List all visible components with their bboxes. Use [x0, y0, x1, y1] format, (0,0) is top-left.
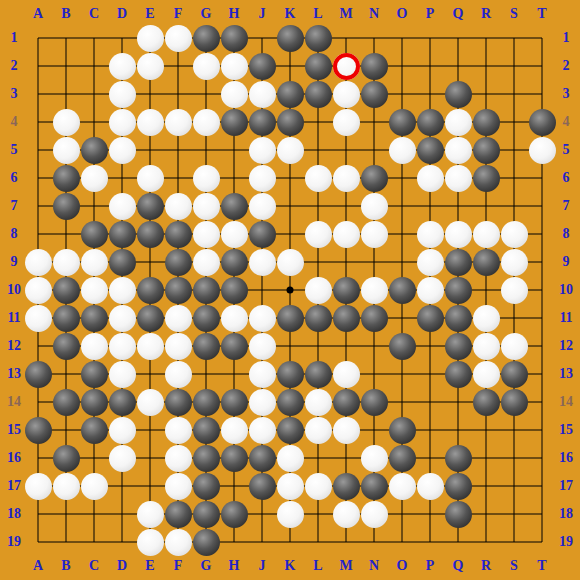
coord-label-left-11: 11 [7, 310, 20, 326]
white-stone-K16 [277, 445, 304, 472]
white-stone-L15 [305, 417, 332, 444]
white-stone-Q8 [445, 221, 472, 248]
coord-label-top-T: T [537, 6, 546, 22]
coord-label-top-O: O [397, 6, 408, 22]
black-stone-F10 [165, 277, 192, 304]
coord-label-left-15: 15 [7, 422, 21, 438]
coord-label-bottom-Q: Q [453, 558, 464, 574]
black-stone-M10 [333, 277, 360, 304]
coord-label-top-P: P [426, 6, 435, 22]
white-stone-M3 [333, 81, 360, 108]
coord-label-bottom-N: N [369, 558, 379, 574]
black-stone-O10 [389, 277, 416, 304]
black-stone-O12 [389, 333, 416, 360]
coord-label-left-16: 16 [7, 450, 21, 466]
coord-label-left-2: 2 [11, 58, 18, 74]
black-stone-R4 [473, 109, 500, 136]
black-stone-N17 [361, 473, 388, 500]
white-stone-D13 [109, 361, 136, 388]
white-stone-D16 [109, 445, 136, 472]
coord-label-bottom-T: T [537, 558, 546, 574]
coord-label-right-8: 8 [563, 226, 570, 242]
black-stone-G15 [193, 417, 220, 444]
go-board-19x19[interactable]: AABBCCDDEEFFGGHHJJKKLLMMNNOOPPQQRRSSTT11… [0, 0, 580, 580]
white-stone-G2 [193, 53, 220, 80]
black-stone-H9 [221, 249, 248, 276]
black-stone-D8 [109, 221, 136, 248]
white-stone-K5 [277, 137, 304, 164]
white-stone-F16 [165, 445, 192, 472]
black-stone-E8 [137, 221, 164, 248]
black-stone-J16 [249, 445, 276, 472]
white-stone-N16 [361, 445, 388, 472]
black-stone-H14 [221, 389, 248, 416]
black-stone-Q13 [445, 361, 472, 388]
white-stone-O5 [389, 137, 416, 164]
white-stone-R8 [473, 221, 500, 248]
coord-label-top-C: C [89, 6, 99, 22]
black-stone-S13 [501, 361, 528, 388]
white-stone-M8 [333, 221, 360, 248]
black-stone-D9 [109, 249, 136, 276]
white-stone-F1 [165, 25, 192, 52]
black-stone-L13 [305, 361, 332, 388]
black-stone-K3 [277, 81, 304, 108]
white-stone-C17 [81, 473, 108, 500]
black-stone-F8 [165, 221, 192, 248]
coord-label-right-7: 7 [563, 198, 570, 214]
black-stone-H18 [221, 501, 248, 528]
white-stone-K9 [277, 249, 304, 276]
black-stone-Q18 [445, 501, 472, 528]
coord-label-right-1: 1 [563, 30, 570, 46]
black-stone-M11 [333, 305, 360, 332]
black-stone-H7 [221, 193, 248, 220]
white-stone-J6 [249, 165, 276, 192]
coord-label-left-1: 1 [11, 30, 18, 46]
white-stone-K18 [277, 501, 304, 528]
white-stone-S8 [501, 221, 528, 248]
white-stone-F17 [165, 473, 192, 500]
white-stone-B17 [53, 473, 80, 500]
coord-label-right-15: 15 [559, 422, 573, 438]
coord-label-top-G: G [201, 6, 212, 22]
coord-label-right-2: 2 [563, 58, 570, 74]
coord-label-bottom-R: R [481, 558, 491, 574]
coord-label-right-18: 18 [559, 506, 573, 522]
white-stone-C10 [81, 277, 108, 304]
white-stone-E14 [137, 389, 164, 416]
white-stone-B9 [53, 249, 80, 276]
black-stone-Q3 [445, 81, 472, 108]
black-stone-F14 [165, 389, 192, 416]
black-stone-M14 [333, 389, 360, 416]
white-stone-J5 [249, 137, 276, 164]
coord-label-top-D: D [117, 6, 127, 22]
black-stone-Q16 [445, 445, 472, 472]
black-stone-P5 [417, 137, 444, 164]
coord-label-left-6: 6 [11, 170, 18, 186]
white-stone-N18 [361, 501, 388, 528]
white-stone-O17 [389, 473, 416, 500]
white-stone-T5 [529, 137, 556, 164]
white-stone-G7 [193, 193, 220, 220]
white-stone-H2 [221, 53, 248, 80]
black-stone-Q17 [445, 473, 472, 500]
coord-label-right-10: 10 [559, 282, 573, 298]
white-stone-E19 [137, 529, 164, 556]
coord-label-bottom-K: K [285, 558, 296, 574]
coord-label-left-18: 18 [7, 506, 21, 522]
coord-label-left-14: 14 [7, 394, 21, 410]
coord-label-left-19: 19 [7, 534, 21, 550]
black-stone-R5 [473, 137, 500, 164]
white-stone-P6 [417, 165, 444, 192]
coord-label-right-3: 3 [563, 86, 570, 102]
coord-label-right-12: 12 [559, 338, 573, 354]
black-stone-K15 [277, 417, 304, 444]
coord-label-left-7: 7 [11, 198, 18, 214]
white-stone-S12 [501, 333, 528, 360]
black-stone-F9 [165, 249, 192, 276]
coord-label-top-B: B [61, 6, 70, 22]
black-stone-Q10 [445, 277, 472, 304]
white-stone-S9 [501, 249, 528, 276]
black-stone-B14 [53, 389, 80, 416]
coord-label-left-3: 3 [11, 86, 18, 102]
black-stone-G17 [193, 473, 220, 500]
black-stone-C13 [81, 361, 108, 388]
coord-label-left-17: 17 [7, 478, 21, 494]
black-stone-J8 [249, 221, 276, 248]
coord-label-bottom-S: S [510, 558, 518, 574]
black-stone-P4 [417, 109, 444, 136]
white-stone-E18 [137, 501, 164, 528]
black-stone-J2 [249, 53, 276, 80]
black-stone-L2 [305, 53, 332, 80]
black-stone-B11 [53, 305, 80, 332]
white-stone-G8 [193, 221, 220, 248]
coord-label-bottom-B: B [61, 558, 70, 574]
white-stone-H15 [221, 417, 248, 444]
coord-label-left-13: 13 [7, 366, 21, 382]
coord-label-right-9: 9 [563, 254, 570, 270]
coord-label-bottom-F: F [174, 558, 183, 574]
coord-label-bottom-A: A [33, 558, 43, 574]
white-stone-A9 [25, 249, 52, 276]
white-stone-L6 [305, 165, 332, 192]
black-stone-B16 [53, 445, 80, 472]
coord-label-right-14: 14 [559, 394, 573, 410]
white-stone-F12 [165, 333, 192, 360]
coord-label-right-6: 6 [563, 170, 570, 186]
coord-label-bottom-D: D [117, 558, 127, 574]
black-stone-T4 [529, 109, 556, 136]
white-stone-J15 [249, 417, 276, 444]
black-stone-J17 [249, 473, 276, 500]
black-stone-G12 [193, 333, 220, 360]
black-stone-L3 [305, 81, 332, 108]
white-stone-F19 [165, 529, 192, 556]
white-stone-J9 [249, 249, 276, 276]
white-stone-M18 [333, 501, 360, 528]
white-stone-M6 [333, 165, 360, 192]
white-stone-D3 [109, 81, 136, 108]
black-stone-O15 [389, 417, 416, 444]
black-stone-K4 [277, 109, 304, 136]
coord-label-left-12: 12 [7, 338, 21, 354]
black-stone-G14 [193, 389, 220, 416]
black-stone-O16 [389, 445, 416, 472]
white-stone-H3 [221, 81, 248, 108]
black-stone-G19 [193, 529, 220, 556]
coord-label-top-J: J [259, 6, 266, 22]
black-stone-O4 [389, 109, 416, 136]
coord-label-bottom-P: P [426, 558, 435, 574]
black-stone-C8 [81, 221, 108, 248]
black-stone-R14 [473, 389, 500, 416]
black-stone-Q11 [445, 305, 472, 332]
black-stone-G16 [193, 445, 220, 472]
black-stone-M17 [333, 473, 360, 500]
white-stone-D7 [109, 193, 136, 220]
white-stone-Q4 [445, 109, 472, 136]
white-stone-D10 [109, 277, 136, 304]
black-stone-A13 [25, 361, 52, 388]
coord-label-left-10: 10 [7, 282, 21, 298]
white-stone-B4 [53, 109, 80, 136]
white-stone-J11 [249, 305, 276, 332]
coord-label-right-13: 13 [559, 366, 573, 382]
white-stone-F7 [165, 193, 192, 220]
black-stone-L1 [305, 25, 332, 52]
black-stone-G10 [193, 277, 220, 304]
coord-label-top-F: F [174, 6, 183, 22]
coord-label-left-8: 8 [11, 226, 18, 242]
white-stone-L8 [305, 221, 332, 248]
white-stone-L14 [305, 389, 332, 416]
white-stone-C6 [81, 165, 108, 192]
white-stone-A17 [25, 473, 52, 500]
black-stone-N2 [361, 53, 388, 80]
white-stone-M15 [333, 417, 360, 444]
coord-label-top-L: L [313, 6, 322, 22]
black-stone-A15 [25, 417, 52, 444]
coord-label-top-A: A [33, 6, 43, 22]
black-stone-K13 [277, 361, 304, 388]
black-stone-H16 [221, 445, 248, 472]
white-stone-J14 [249, 389, 276, 416]
coord-label-right-16: 16 [559, 450, 573, 466]
coord-label-top-M: M [339, 6, 352, 22]
black-stone-E7 [137, 193, 164, 220]
white-stone-Q6 [445, 165, 472, 192]
white-stone-D15 [109, 417, 136, 444]
black-stone-K1 [277, 25, 304, 52]
white-stone-D4 [109, 109, 136, 136]
white-stone-F4 [165, 109, 192, 136]
white-stone-R13 [473, 361, 500, 388]
white-stone-G9 [193, 249, 220, 276]
white-stone-N7 [361, 193, 388, 220]
white-stone-M13 [333, 361, 360, 388]
black-stone-H4 [221, 109, 248, 136]
white-stone-E4 [137, 109, 164, 136]
black-stone-R6 [473, 165, 500, 192]
white-stone-D11 [109, 305, 136, 332]
coord-label-bottom-G: G [201, 558, 212, 574]
black-stone-K14 [277, 389, 304, 416]
black-stone-C11 [81, 305, 108, 332]
coord-label-top-R: R [481, 6, 491, 22]
white-stone-J7 [249, 193, 276, 220]
coord-label-left-9: 9 [11, 254, 18, 270]
white-stone-J3 [249, 81, 276, 108]
black-stone-G1 [193, 25, 220, 52]
white-stone-M4 [333, 109, 360, 136]
white-stone-N8 [361, 221, 388, 248]
black-stone-L11 [305, 305, 332, 332]
white-stone-N10 [361, 277, 388, 304]
black-stone-D14 [109, 389, 136, 416]
white-stone-E6 [137, 165, 164, 192]
coord-label-bottom-J: J [259, 558, 266, 574]
white-stone-H11 [221, 305, 248, 332]
white-stone-R11 [473, 305, 500, 332]
white-stone-H8 [221, 221, 248, 248]
white-stone-D5 [109, 137, 136, 164]
black-stone-N11 [361, 305, 388, 332]
black-stone-J4 [249, 109, 276, 136]
coord-label-top-H: H [229, 6, 240, 22]
coord-label-bottom-H: H [229, 558, 240, 574]
coord-label-top-N: N [369, 6, 379, 22]
coord-label-right-11: 11 [559, 310, 572, 326]
black-stone-K11 [277, 305, 304, 332]
black-stone-R9 [473, 249, 500, 276]
coord-label-right-4: 4 [563, 114, 570, 130]
black-stone-E10 [137, 277, 164, 304]
coord-label-top-S: S [510, 6, 518, 22]
white-stone-L17 [305, 473, 332, 500]
black-stone-Q9 [445, 249, 472, 276]
white-stone-J13 [249, 361, 276, 388]
white-stone-E2 [137, 53, 164, 80]
white-stone-P8 [417, 221, 444, 248]
black-stone-Q12 [445, 333, 472, 360]
coord-label-left-4: 4 [11, 114, 18, 130]
black-stone-S14 [501, 389, 528, 416]
coord-label-top-K: K [285, 6, 296, 22]
coord-label-right-5: 5 [563, 142, 570, 158]
white-stone-F13 [165, 361, 192, 388]
white-stone-F11 [165, 305, 192, 332]
white-stone-G6 [193, 165, 220, 192]
white-stone-K17 [277, 473, 304, 500]
coord-label-top-Q: Q [453, 6, 464, 22]
coord-label-bottom-M: M [339, 558, 352, 574]
white-stone-S10 [501, 277, 528, 304]
white-stone-Q5 [445, 137, 472, 164]
star-point-K10 [287, 287, 294, 294]
white-stone-J12 [249, 333, 276, 360]
white-stone-A10 [25, 277, 52, 304]
white-stone-R12 [473, 333, 500, 360]
black-stone-H10 [221, 277, 248, 304]
white-stone-C9 [81, 249, 108, 276]
white-stone-F15 [165, 417, 192, 444]
white-stone-P9 [417, 249, 444, 276]
coord-label-bottom-C: C [89, 558, 99, 574]
black-stone-E11 [137, 305, 164, 332]
black-stone-H1 [221, 25, 248, 52]
black-stone-B6 [53, 165, 80, 192]
coord-label-bottom-O: O [397, 558, 408, 574]
black-stone-B12 [53, 333, 80, 360]
white-stone-P10 [417, 277, 444, 304]
coord-label-right-17: 17 [559, 478, 573, 494]
black-stone-B7 [53, 193, 80, 220]
coord-label-top-E: E [145, 6, 154, 22]
black-stone-C14 [81, 389, 108, 416]
white-stone-B5 [53, 137, 80, 164]
white-stone-P17 [417, 473, 444, 500]
black-stone-N3 [361, 81, 388, 108]
last-move-marker-red-circle [333, 53, 360, 80]
coord-label-bottom-E: E [145, 558, 154, 574]
black-stone-P11 [417, 305, 444, 332]
white-stone-D2 [109, 53, 136, 80]
black-stone-C15 [81, 417, 108, 444]
coord-label-bottom-L: L [313, 558, 322, 574]
white-stone-E12 [137, 333, 164, 360]
coord-label-left-5: 5 [11, 142, 18, 158]
black-stone-N14 [361, 389, 388, 416]
black-stone-H12 [221, 333, 248, 360]
coord-label-right-19: 19 [559, 534, 573, 550]
black-stone-G18 [193, 501, 220, 528]
black-stone-N6 [361, 165, 388, 192]
black-stone-B10 [53, 277, 80, 304]
black-stone-G11 [193, 305, 220, 332]
black-stone-C5 [81, 137, 108, 164]
white-stone-G4 [193, 109, 220, 136]
white-stone-D12 [109, 333, 136, 360]
white-stone-C12 [81, 333, 108, 360]
black-stone-F18 [165, 501, 192, 528]
white-stone-L10 [305, 277, 332, 304]
white-stone-E1 [137, 25, 164, 52]
white-stone-A11 [25, 305, 52, 332]
